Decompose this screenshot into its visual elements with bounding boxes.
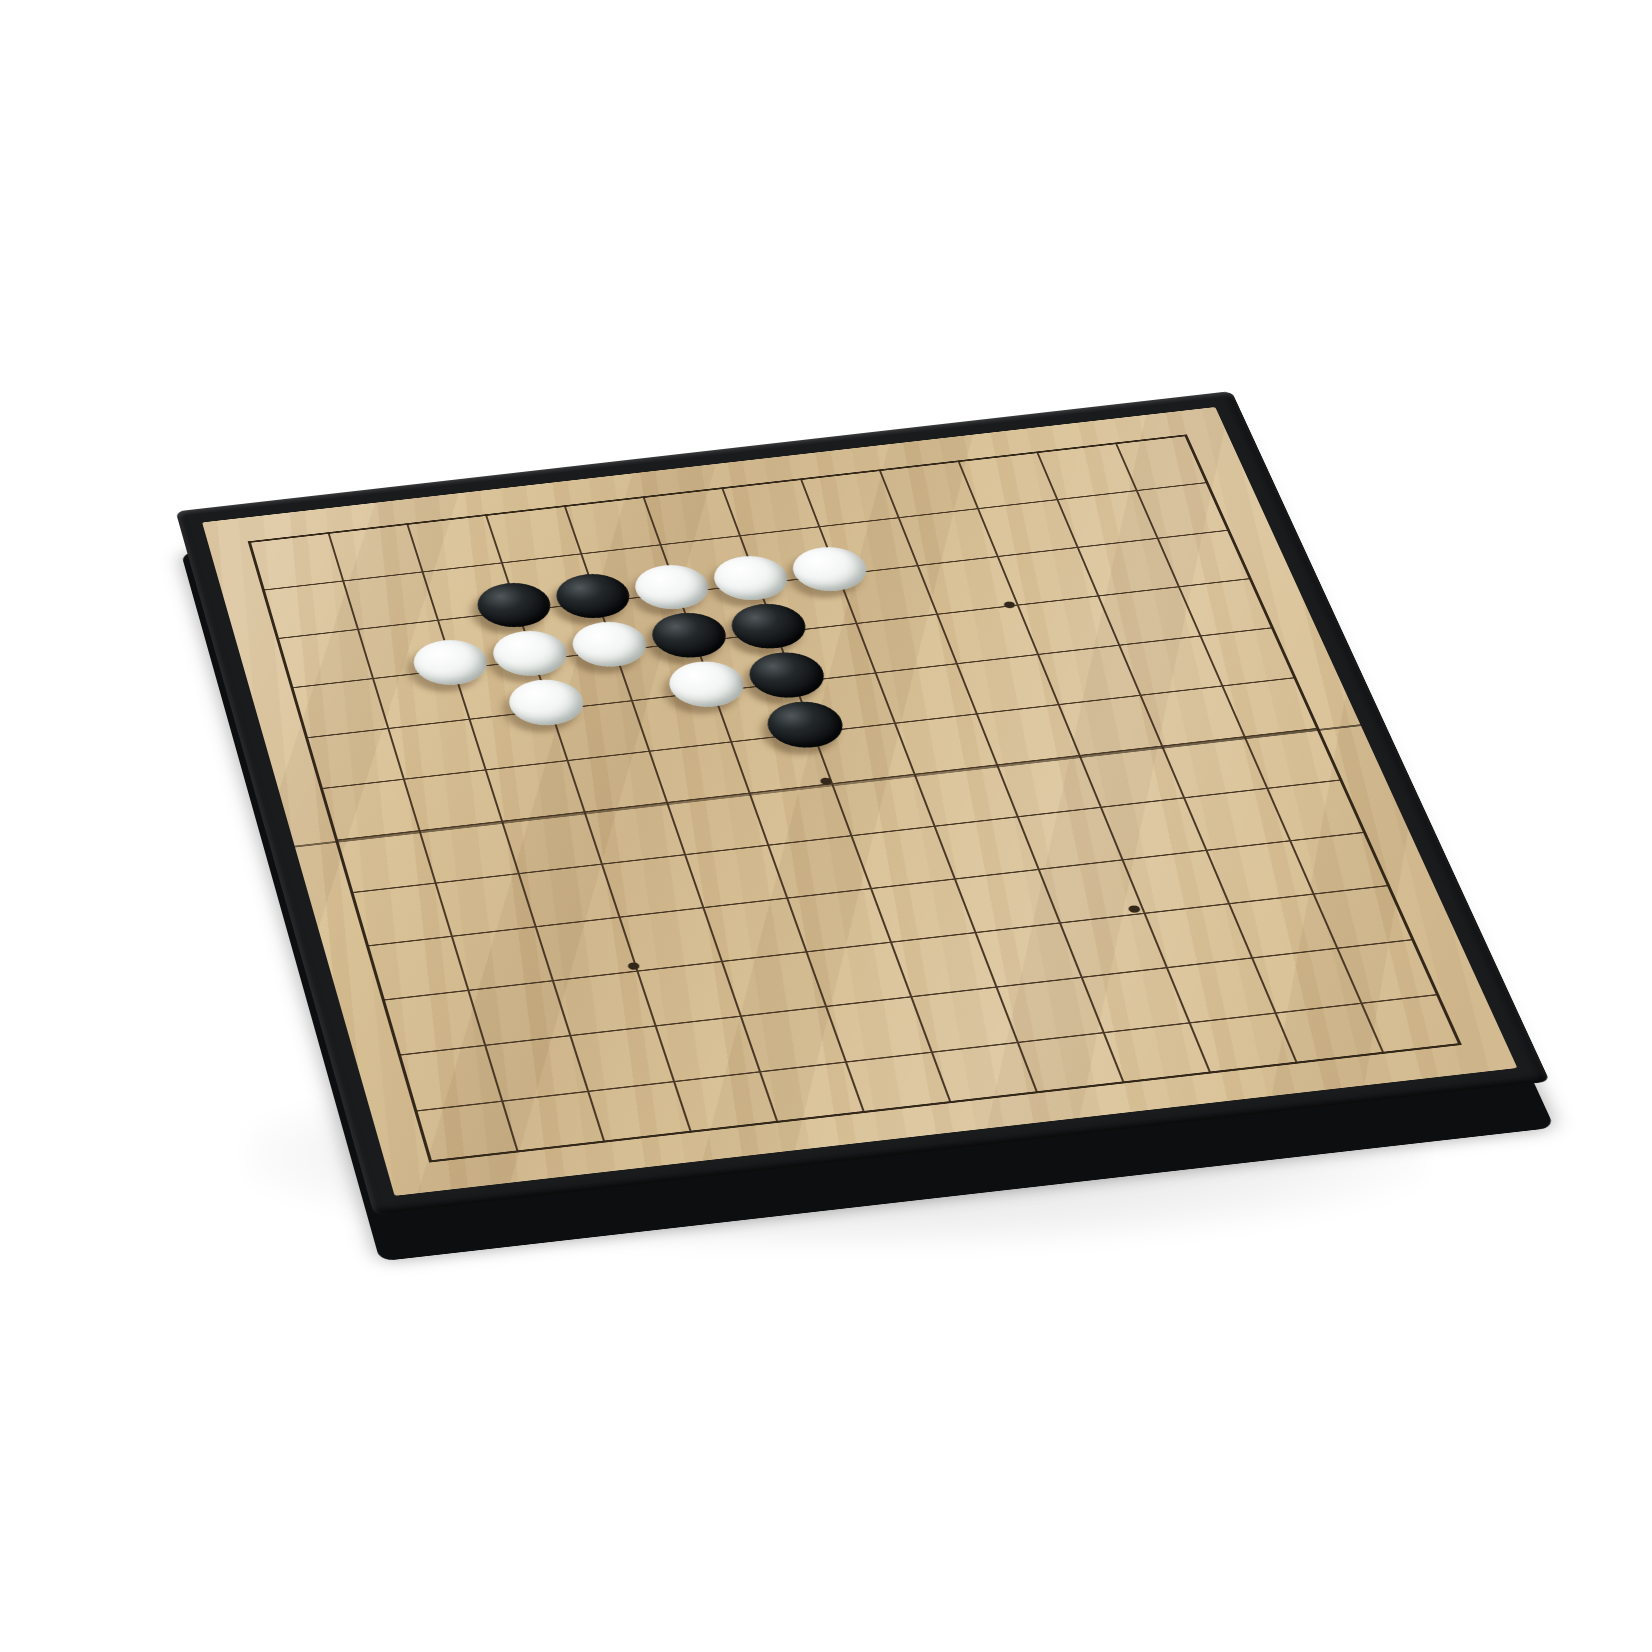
intersection [355,747,451,807]
intersection [275,756,371,816]
intersection [916,897,1020,960]
intersection [365,1072,466,1137]
intersection [1061,826,1165,888]
intersection [1103,931,1209,995]
intersection [936,950,1041,1014]
intersection [1248,859,1355,922]
intersection [896,844,999,906]
star-point [819,777,832,785]
intersection [390,591,484,648]
intersection [1226,807,1332,869]
intersection [370,797,467,858]
intersection [731,863,833,925]
intersection [958,783,1061,844]
intersection [326,648,421,706]
intersection [1125,985,1232,1050]
intersection [1318,1020,1428,1085]
intersection [436,738,533,798]
intersection [1147,1040,1255,1106]
intersection [713,811,814,872]
intersection [232,609,325,666]
intersection [1271,912,1379,975]
intersection [417,954,517,1017]
intersection [1379,956,1488,1020]
intersection [405,639,500,697]
goban [205,409,1513,1193]
intersection [1187,921,1294,985]
intersection [876,793,978,854]
intersection [977,1059,1084,1125]
intersection [450,1062,552,1127]
intersection [549,830,648,891]
intersection [484,891,584,953]
intersection [795,802,896,863]
intersection [833,906,936,969]
intersection [601,988,703,1052]
intersection [1210,975,1318,1039]
intersection [289,807,386,868]
intersection [1355,902,1463,965]
intersection [401,901,500,963]
intersection [703,1033,807,1098]
product-photo-scene [0,0,1652,1652]
intersection [319,910,417,972]
intersection [1041,995,1148,1060]
intersection [631,821,731,882]
intersection [807,1079,913,1145]
intersection [892,1069,998,1135]
intersection [1204,755,1309,816]
intersection [304,858,401,920]
intersection [381,1127,483,1193]
go-board [176,391,1551,1215]
intersection [1263,696,1367,756]
intersection [566,882,666,944]
intersection [978,835,1082,897]
intersection [852,960,956,1024]
intersection [246,658,340,716]
board-perspective-wrapper [206,161,1446,1401]
intersection [872,1014,977,1079]
star-point [1127,905,1141,913]
intersection [349,1017,449,1081]
intersection [722,1088,827,1154]
star-point [627,962,641,970]
intersection [1143,816,1248,878]
intersection [956,1004,1062,1069]
intersection [1020,941,1126,1005]
board-frame [176,391,1551,1215]
intersection [1331,849,1438,911]
intersection [311,600,405,657]
intersection [534,1052,636,1117]
intersection [749,916,852,979]
intersection [260,706,355,765]
intersection [1062,1050,1170,1116]
intersection [551,1108,654,1174]
intersection [500,944,601,1007]
intersection [1082,878,1187,941]
board-wood-face [202,407,1517,1196]
intersection [420,688,516,747]
intersection [618,1043,721,1108]
intersection [649,873,750,935]
intersection [1403,1011,1514,1076]
intersection [1232,1030,1341,1095]
intersection [1040,774,1143,835]
intersection [768,969,872,1033]
intersection [386,849,484,910]
intersection [1285,746,1390,807]
intersection [433,1007,534,1071]
star-point [1003,601,1016,609]
intersection [684,979,787,1043]
intersection [1308,797,1414,859]
intersection [666,925,768,988]
intersection [1294,966,1403,1030]
intersection [466,1117,569,1183]
intersection [1165,868,1271,931]
intersection [787,1023,892,1088]
intersection [340,697,435,756]
intersection [999,887,1104,950]
intersection [636,1098,740,1164]
intersection [467,839,566,900]
intersection [583,935,684,998]
intersection [1122,765,1226,826]
intersection [813,854,915,916]
intersection [517,998,619,1062]
intersection [334,963,433,1026]
